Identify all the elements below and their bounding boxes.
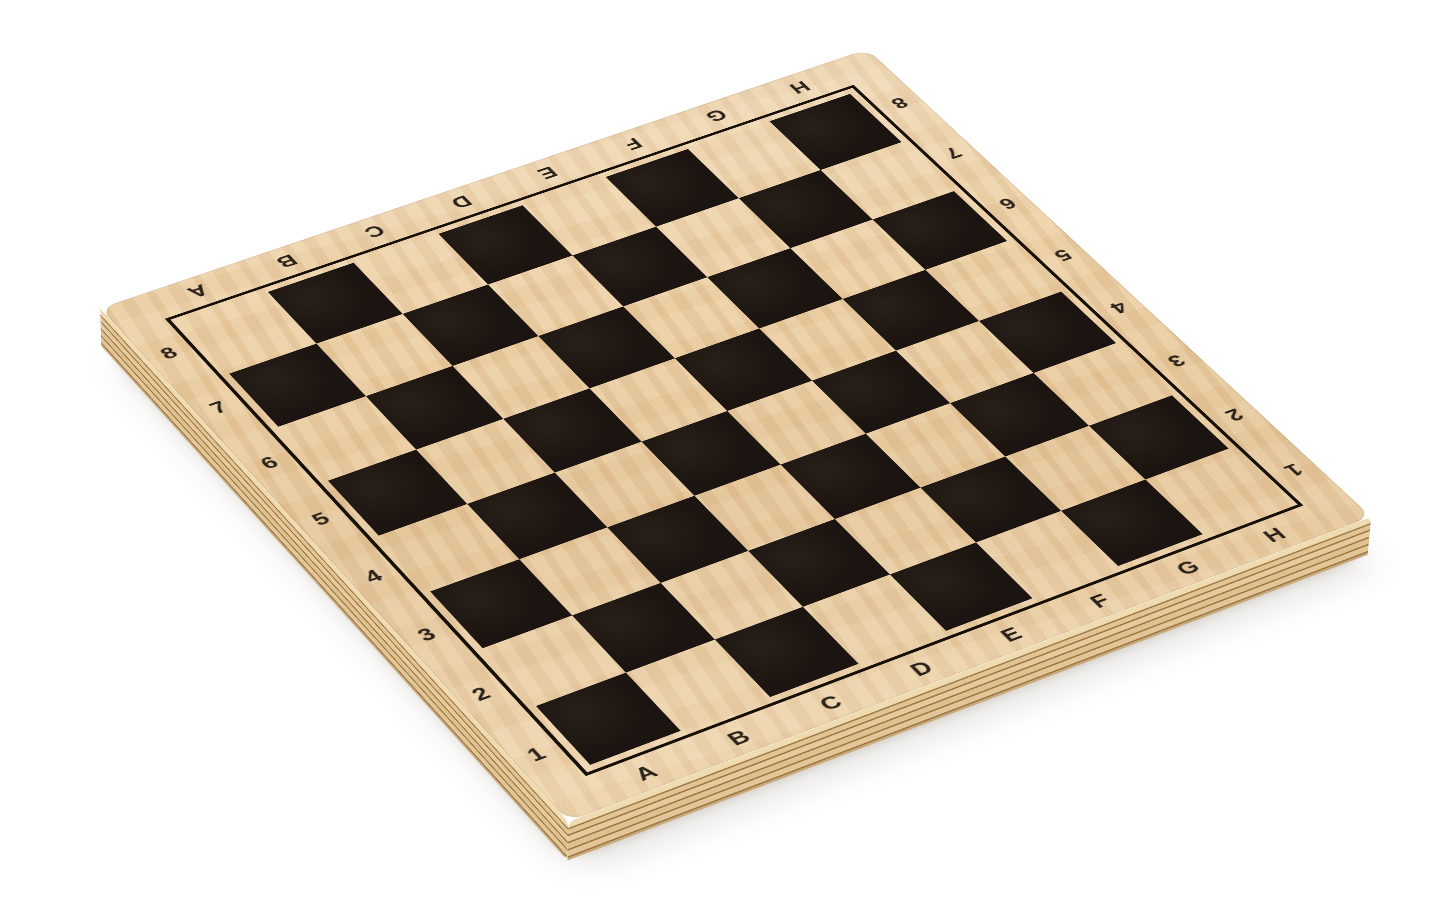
coord-label-B: B — [273, 252, 302, 271]
coord-label-3: 3 — [1163, 352, 1189, 370]
coord-label-A: A — [184, 282, 213, 301]
coord-label-8: 8 — [156, 344, 181, 362]
coord-label-6: 6 — [256, 453, 282, 472]
photo-scene: ABCDEFGH ABCDEFGH 87654321 87654321 — [0, 0, 1445, 910]
coord-label-G: G — [702, 107, 732, 125]
coord-label-2: 2 — [467, 683, 494, 703]
coord-label-D: D — [906, 658, 937, 679]
coord-label-4: 4 — [360, 566, 386, 585]
playing-area — [165, 85, 1304, 776]
coord-label-A: A — [630, 762, 661, 784]
coord-label-6: 6 — [994, 195, 1020, 212]
coord-label-F: F — [620, 136, 646, 153]
coord-label-D: D — [447, 193, 476, 211]
coord-label-G: G — [1172, 557, 1204, 578]
coord-label-E: E — [534, 164, 561, 182]
coord-label-H: H — [786, 79, 814, 97]
coord-label-1: 1 — [522, 744, 549, 764]
product-photo-canvas: ABCDEFGH ABCDEFGH 87654321 87654321 — [0, 0, 1445, 910]
coord-label-7: 7 — [940, 144, 965, 161]
coord-label-3: 3 — [413, 624, 440, 644]
board-top-face: ABCDEFGH ABCDEFGH 87654321 87654321 — [100, 49, 1371, 821]
coord-label-2: 2 — [1221, 406, 1248, 424]
coord-label-8: 8 — [887, 95, 912, 111]
coord-label-C: C — [361, 222, 390, 240]
coord-label-1: 1 — [1280, 461, 1307, 480]
coord-label-B: B — [723, 727, 754, 749]
coord-label-C: C — [815, 692, 846, 713]
coord-label-5: 5 — [1050, 246, 1076, 263]
coord-label-H: H — [1259, 525, 1290, 545]
coord-label-E: E — [996, 624, 1026, 644]
coord-label-4: 4 — [1106, 299, 1132, 317]
coord-label-7: 7 — [206, 398, 231, 416]
coord-label-5: 5 — [307, 509, 333, 528]
coord-label-F: F — [1086, 591, 1115, 611]
chess-board: ABCDEFGH ABCDEFGH 87654321 87654321 — [101, 86, 1367, 860]
